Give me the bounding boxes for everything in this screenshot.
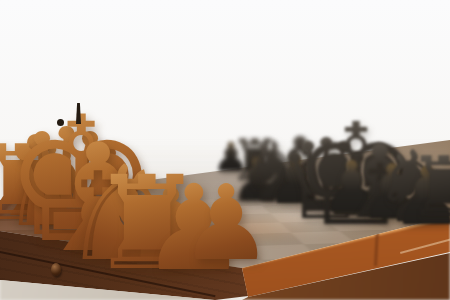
black-rook-near: ♜ (407, 146, 450, 228)
white-queen-finial (57, 119, 64, 126)
chess-photo-scene: ♝♜♞♛♚♝♞♟♜♟♟♟♜♟♞♝♟♛♚♟♝♟♞♟♜ (0, 0, 450, 300)
white-pawn-3: ♟ (179, 171, 272, 275)
piece-layer: ♝♜♞♛♚♝♞♟♜♟♟♟♜♟♞♝♟♛♚♟♝♟♞♟♜ (0, 0, 450, 300)
